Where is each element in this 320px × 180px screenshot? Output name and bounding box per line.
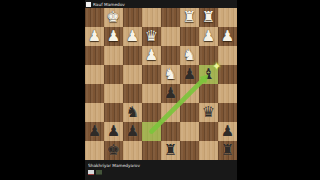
piece-white-pawn[interactable]: ♟ xyxy=(218,27,237,46)
piece-black-knight[interactable]: ♞ xyxy=(123,103,142,122)
square-c8[interactable] xyxy=(123,141,142,160)
square-f8[interactable] xyxy=(180,141,199,160)
square-c4[interactable] xyxy=(123,65,142,84)
square-f7[interactable] xyxy=(180,122,199,141)
square-a8[interactable] xyxy=(85,141,104,160)
square-g6[interactable]: ♛ xyxy=(199,103,218,122)
video-frame: Rauf Mamedov ♚♜♜♟♟♟♛♟♟♟♞♞♟♝♟♞♛♟♟♟♟♚♜♜ ✦ … xyxy=(85,0,237,180)
square-c6[interactable]: ♞ xyxy=(123,103,142,122)
square-e5[interactable]: ♟ xyxy=(161,84,180,103)
piece-white-pawn[interactable]: ♟ xyxy=(85,27,104,46)
square-b5[interactable] xyxy=(104,84,123,103)
square-e2[interactable] xyxy=(161,27,180,46)
top-player-name: Rauf Mamedov xyxy=(93,1,125,6)
square-e4[interactable]: ♞ xyxy=(161,65,180,84)
piece-black-pawn[interactable]: ♟ xyxy=(180,65,199,84)
square-h2[interactable]: ♟ xyxy=(218,27,237,46)
piece-black-pawn[interactable]: ♟ xyxy=(161,84,180,103)
piece-white-rook[interactable]: ♜ xyxy=(199,8,218,27)
square-c3[interactable] xyxy=(123,46,142,65)
square-e7[interactable] xyxy=(161,122,180,141)
piece-black-bishop[interactable]: ♝ xyxy=(199,65,218,84)
right-black-pillarbox xyxy=(237,0,320,180)
square-a4[interactable] xyxy=(85,65,104,84)
piece-white-king[interactable]: ♚ xyxy=(104,8,123,27)
square-b4[interactable] xyxy=(104,65,123,84)
piece-black-king[interactable]: ♚ xyxy=(104,141,123,160)
square-e3[interactable] xyxy=(161,46,180,65)
bottom-player-flags xyxy=(88,170,237,175)
square-d3[interactable]: ♟ xyxy=(142,46,161,65)
square-d4[interactable] xyxy=(142,65,161,84)
piece-white-pawn[interactable]: ♟ xyxy=(142,46,161,65)
flag-icon-1 xyxy=(88,170,94,175)
piece-black-rook[interactable]: ♜ xyxy=(161,141,180,160)
square-a3[interactable] xyxy=(85,46,104,65)
piece-black-pawn[interactable]: ♟ xyxy=(104,122,123,141)
square-g1[interactable]: ♜ xyxy=(199,8,218,27)
square-e8[interactable]: ♜ xyxy=(161,141,180,160)
flag-icon-2 xyxy=(96,170,102,175)
square-h8[interactable]: ♜ xyxy=(218,141,237,160)
square-d1[interactable] xyxy=(142,8,161,27)
square-a6[interactable] xyxy=(85,103,104,122)
square-b2[interactable]: ♟ xyxy=(104,27,123,46)
square-b8[interactable]: ♚ xyxy=(104,141,123,160)
square-a1[interactable] xyxy=(85,8,104,27)
square-f3[interactable]: ♞ xyxy=(180,46,199,65)
piece-white-queen[interactable]: ♛ xyxy=(142,27,161,46)
square-c1[interactable] xyxy=(123,8,142,27)
square-b7[interactable]: ♟ xyxy=(104,122,123,141)
square-a7[interactable]: ♟ xyxy=(85,122,104,141)
square-d5[interactable] xyxy=(142,84,161,103)
top-player-avatar-icon xyxy=(86,2,91,7)
square-b1[interactable]: ♚ xyxy=(104,8,123,27)
square-h6[interactable] xyxy=(218,103,237,122)
square-f4[interactable]: ♟ xyxy=(180,65,199,84)
piece-white-pawn[interactable]: ♟ xyxy=(123,27,142,46)
bottom-player-name: Shakhriyar Mamedyarov xyxy=(88,162,215,167)
square-a5[interactable] xyxy=(85,84,104,103)
square-a2[interactable]: ♟ xyxy=(85,27,104,46)
square-c5[interactable] xyxy=(123,84,142,103)
piece-black-pawn[interactable]: ♟ xyxy=(85,122,104,141)
square-e6[interactable] xyxy=(161,103,180,122)
square-g7[interactable] xyxy=(199,122,218,141)
square-b3[interactable] xyxy=(104,46,123,65)
square-h7[interactable]: ♟ xyxy=(218,122,237,141)
square-c7[interactable]: ♟ xyxy=(123,122,142,141)
square-f5[interactable] xyxy=(180,84,199,103)
piece-white-rook[interactable]: ♜ xyxy=(180,8,199,27)
square-f1[interactable]: ♜ xyxy=(180,8,199,27)
square-h3[interactable] xyxy=(218,46,237,65)
bottom-player-bar: Shakhriyar Mamedyarov xyxy=(85,160,237,180)
piece-black-pawn[interactable]: ♟ xyxy=(218,122,237,141)
piece-white-knight[interactable]: ♞ xyxy=(180,46,199,65)
left-black-pillarbox xyxy=(0,0,85,180)
square-g5[interactable] xyxy=(199,84,218,103)
square-h5[interactable] xyxy=(218,84,237,103)
square-e1[interactable] xyxy=(161,8,180,27)
piece-black-rook[interactable]: ♜ xyxy=(218,141,237,160)
piece-black-pawn[interactable]: ♟ xyxy=(123,122,142,141)
square-g4[interactable]: ♝ xyxy=(199,65,218,84)
piece-black-queen[interactable]: ♛ xyxy=(199,103,218,122)
square-f6[interactable] xyxy=(180,103,199,122)
square-g3[interactable] xyxy=(199,46,218,65)
piece-white-pawn[interactable]: ♟ xyxy=(199,27,218,46)
square-b6[interactable] xyxy=(104,103,123,122)
chess-board[interactable]: ♚♜♜♟♟♟♛♟♟♟♞♞♟♝♟♞♛♟♟♟♟♚♜♜ xyxy=(85,8,237,160)
square-d6[interactable] xyxy=(142,103,161,122)
piece-white-knight[interactable]: ♞ xyxy=(161,65,180,84)
top-player-bar: Rauf Mamedov xyxy=(85,0,237,8)
square-f2[interactable] xyxy=(180,27,199,46)
square-d2[interactable]: ♛ xyxy=(142,27,161,46)
piece-white-pawn[interactable]: ♟ xyxy=(104,27,123,46)
square-g8[interactable] xyxy=(199,141,218,160)
square-g2[interactable]: ♟ xyxy=(199,27,218,46)
square-d7[interactable] xyxy=(142,122,161,141)
square-h4[interactable] xyxy=(218,65,237,84)
square-d8[interactable] xyxy=(142,141,161,160)
square-c2[interactable]: ♟ xyxy=(123,27,142,46)
square-h1[interactable] xyxy=(218,8,237,27)
